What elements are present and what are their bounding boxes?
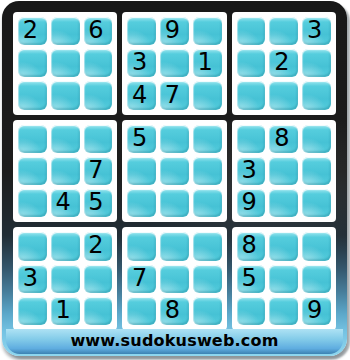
cell-r6c1[interactable] bbox=[18, 189, 47, 217]
given-digit: 2 bbox=[274, 50, 289, 74]
cell-r8c7[interactable]: 5 bbox=[237, 265, 266, 293]
website-url: www.sudokusweb.com bbox=[70, 331, 278, 350]
cell-r3c9[interactable] bbox=[302, 81, 331, 109]
cell-r9c2[interactable]: 1 bbox=[51, 297, 80, 325]
cell-r5c8[interactable] bbox=[269, 157, 298, 185]
cell-r2c1[interactable] bbox=[18, 49, 47, 77]
cell-r9c1[interactable] bbox=[18, 297, 47, 325]
cell-r4c5[interactable] bbox=[160, 125, 189, 153]
cell-r3c1[interactable] bbox=[18, 81, 47, 109]
cell-r6c6[interactable] bbox=[193, 189, 222, 217]
box-1-1: 26 bbox=[13, 12, 117, 115]
cell-r9c8[interactable] bbox=[269, 297, 298, 325]
cell-r1c9[interactable]: 3 bbox=[302, 17, 331, 45]
cell-r4c8[interactable]: 8 bbox=[269, 125, 298, 153]
cell-r1c1[interactable]: 2 bbox=[18, 17, 47, 45]
cell-r5c2[interactable] bbox=[51, 157, 80, 185]
given-digit: 5 bbox=[88, 190, 103, 214]
cell-r1c7[interactable] bbox=[237, 17, 266, 45]
given-digit: 8 bbox=[165, 298, 180, 322]
cell-r4c4[interactable]: 5 bbox=[127, 125, 156, 153]
given-digit: 4 bbox=[132, 83, 147, 107]
box-3-3: 859 bbox=[232, 227, 336, 330]
cell-r9c9[interactable]: 9 bbox=[302, 297, 331, 325]
cell-r1c6[interactable] bbox=[193, 17, 222, 45]
given-digit: 8 bbox=[274, 126, 289, 150]
cell-r7c8[interactable] bbox=[269, 232, 298, 260]
box-2-3: 839 bbox=[232, 120, 336, 223]
cell-r8c5[interactable] bbox=[160, 265, 189, 293]
cell-r5c7[interactable]: 3 bbox=[237, 157, 266, 185]
given-digit: 2 bbox=[23, 18, 38, 42]
cell-r1c4[interactable] bbox=[127, 17, 156, 45]
cell-r7c3[interactable]: 2 bbox=[84, 232, 113, 260]
cell-r5c1[interactable] bbox=[18, 157, 47, 185]
cell-r3c7[interactable] bbox=[237, 81, 266, 109]
cell-r2c9[interactable] bbox=[302, 49, 331, 77]
sudoku-widget: 269314732745583923178859 www.sudokusweb.… bbox=[2, 1, 347, 356]
cell-r3c3[interactable] bbox=[84, 81, 113, 109]
cell-r3c5[interactable]: 7 bbox=[160, 81, 189, 109]
given-digit: 7 bbox=[165, 83, 180, 107]
cell-r6c2[interactable]: 4 bbox=[51, 189, 80, 217]
cell-r8c4[interactable]: 7 bbox=[127, 265, 156, 293]
cell-r4c7[interactable] bbox=[237, 125, 266, 153]
cell-r5c9[interactable] bbox=[302, 157, 331, 185]
cell-r5c6[interactable] bbox=[193, 157, 222, 185]
box-2-2: 5 bbox=[122, 120, 226, 223]
cell-r8c1[interactable]: 3 bbox=[18, 265, 47, 293]
cell-r8c8[interactable] bbox=[269, 265, 298, 293]
cell-r2c4[interactable]: 3 bbox=[127, 49, 156, 77]
cell-r2c6[interactable]: 1 bbox=[193, 49, 222, 77]
cell-r6c7[interactable]: 9 bbox=[237, 189, 266, 217]
given-digit: 1 bbox=[56, 298, 71, 322]
cell-r5c5[interactable] bbox=[160, 157, 189, 185]
cell-r1c5[interactable]: 9 bbox=[160, 17, 189, 45]
cell-r1c2[interactable] bbox=[51, 17, 80, 45]
cell-r7c1[interactable] bbox=[18, 232, 47, 260]
box-1-2: 93147 bbox=[122, 12, 226, 115]
cell-r2c2[interactable] bbox=[51, 49, 80, 77]
cell-r5c4[interactable] bbox=[127, 157, 156, 185]
given-digit: 2 bbox=[88, 233, 103, 257]
cell-r2c3[interactable] bbox=[84, 49, 113, 77]
cell-r6c5[interactable] bbox=[160, 189, 189, 217]
given-digit: 3 bbox=[132, 50, 147, 74]
given-digit: 5 bbox=[241, 266, 256, 290]
cell-r6c9[interactable] bbox=[302, 189, 331, 217]
cell-r5c3[interactable]: 7 bbox=[84, 157, 113, 185]
cell-r8c6[interactable] bbox=[193, 265, 222, 293]
given-digit: 6 bbox=[88, 18, 103, 42]
cell-r1c8[interactable] bbox=[269, 17, 298, 45]
sudoku-board: 269314732745583923178859 bbox=[13, 12, 336, 330]
cell-r9c5[interactable]: 8 bbox=[160, 297, 189, 325]
given-digit: 3 bbox=[241, 158, 256, 182]
cell-r6c8[interactable] bbox=[269, 189, 298, 217]
given-digit: 9 bbox=[165, 18, 180, 42]
cell-r4c1[interactable] bbox=[18, 125, 47, 153]
footer-band: www.sudokusweb.com bbox=[6, 329, 343, 354]
cell-r4c9[interactable] bbox=[302, 125, 331, 153]
box-3-2: 78 bbox=[122, 227, 226, 330]
given-digit: 4 bbox=[56, 190, 71, 214]
cell-r2c8[interactable]: 2 bbox=[269, 49, 298, 77]
given-digit: 5 bbox=[132, 126, 147, 150]
cell-r3c8[interactable] bbox=[269, 81, 298, 109]
given-digit: 3 bbox=[23, 266, 38, 290]
cell-r7c4[interactable] bbox=[127, 232, 156, 260]
cell-r3c6[interactable] bbox=[193, 81, 222, 109]
cell-r3c4[interactable]: 4 bbox=[127, 81, 156, 109]
box-3-1: 231 bbox=[13, 227, 117, 330]
cell-r9c3[interactable] bbox=[84, 297, 113, 325]
given-digit: 7 bbox=[88, 158, 103, 182]
given-digit: 7 bbox=[132, 266, 147, 290]
given-digit: 1 bbox=[198, 50, 213, 74]
cell-r4c3[interactable] bbox=[84, 125, 113, 153]
cell-r2c7[interactable] bbox=[237, 49, 266, 77]
cell-r7c5[interactable] bbox=[160, 232, 189, 260]
cell-r1c3[interactable]: 6 bbox=[84, 17, 113, 45]
cell-r6c3[interactable]: 5 bbox=[84, 189, 113, 217]
cell-r8c2[interactable] bbox=[51, 265, 80, 293]
cell-r3c2[interactable] bbox=[51, 81, 80, 109]
cell-r2c5[interactable] bbox=[160, 49, 189, 77]
cell-r7c6[interactable] bbox=[193, 232, 222, 260]
cell-r6c4[interactable] bbox=[127, 189, 156, 217]
cell-r8c3[interactable] bbox=[84, 265, 113, 293]
cell-r7c9[interactable] bbox=[302, 232, 331, 260]
cell-r9c4[interactable] bbox=[127, 297, 156, 325]
box-2-1: 745 bbox=[13, 120, 117, 223]
given-digit: 8 bbox=[241, 233, 256, 257]
cell-r7c7[interactable]: 8 bbox=[237, 232, 266, 260]
cell-r9c7[interactable] bbox=[237, 297, 266, 325]
given-digit: 9 bbox=[241, 190, 256, 214]
cell-r8c9[interactable] bbox=[302, 265, 331, 293]
cell-r7c2[interactable] bbox=[51, 232, 80, 260]
given-digit: 9 bbox=[307, 298, 322, 322]
box-1-3: 32 bbox=[232, 12, 336, 115]
cell-r4c6[interactable] bbox=[193, 125, 222, 153]
given-digit: 3 bbox=[307, 18, 322, 42]
cell-r4c2[interactable] bbox=[51, 125, 80, 153]
cell-r9c6[interactable] bbox=[193, 297, 222, 325]
